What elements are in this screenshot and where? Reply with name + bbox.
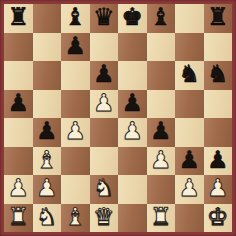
square-c5[interactable] <box>61 90 90 119</box>
square-h3[interactable]: ♟ <box>204 147 233 176</box>
square-d7[interactable] <box>90 33 119 62</box>
piece-white-pawn[interactable]: ♟ <box>64 119 86 143</box>
piece-black-knight[interactable]: ♞ <box>178 62 200 86</box>
square-b3[interactable]: ♝ <box>33 147 62 176</box>
square-d8[interactable]: ♛ <box>90 4 119 33</box>
piece-black-pawn[interactable]: ♟ <box>178 148 200 172</box>
square-c6[interactable] <box>61 61 90 90</box>
square-a2[interactable]: ♟ <box>4 175 33 204</box>
piece-black-pawn[interactable]: ♟ <box>207 148 229 172</box>
square-a1[interactable]: ♜ <box>4 204 33 233</box>
square-c2[interactable] <box>61 175 90 204</box>
square-h6[interactable]: ♞ <box>204 61 233 90</box>
square-b5[interactable] <box>33 90 62 119</box>
piece-white-pawn[interactable]: ♟ <box>121 119 143 143</box>
square-h2[interactable]: ♟ <box>204 175 233 204</box>
piece-white-knight[interactable]: ♞ <box>93 176 115 200</box>
piece-white-queen[interactable]: ♛ <box>93 205 115 229</box>
square-f5[interactable] <box>147 90 176 119</box>
square-a6[interactable] <box>4 61 33 90</box>
square-b7[interactable] <box>33 33 62 62</box>
chess-board: ♜♝♛♚♝♜♟♟♞♞♟♟♟♟♟♟♟♝♟♟♟♟♟♞♟♟♜♞♝♛♜♚ <box>4 4 232 232</box>
square-b6[interactable] <box>33 61 62 90</box>
piece-white-rook[interactable]: ♜ <box>7 205 29 229</box>
square-b2[interactable]: ♟ <box>33 175 62 204</box>
square-d5[interactable]: ♟ <box>90 90 119 119</box>
square-h5[interactable] <box>204 90 233 119</box>
piece-white-pawn[interactable]: ♟ <box>7 176 29 200</box>
piece-white-pawn[interactable]: ♟ <box>150 148 172 172</box>
square-f8[interactable]: ♝ <box>147 4 176 33</box>
piece-white-pawn[interactable]: ♟ <box>207 176 229 200</box>
square-e8[interactable]: ♚ <box>118 4 147 33</box>
square-c1[interactable]: ♝ <box>61 204 90 233</box>
square-g3[interactable]: ♟ <box>175 147 204 176</box>
square-g7[interactable] <box>175 33 204 62</box>
square-b8[interactable] <box>33 4 62 33</box>
square-f2[interactable] <box>147 175 176 204</box>
piece-black-pawn[interactable]: ♟ <box>150 119 172 143</box>
piece-white-bishop[interactable]: ♝ <box>64 205 86 229</box>
square-d1[interactable]: ♛ <box>90 204 119 233</box>
square-b1[interactable]: ♞ <box>33 204 62 233</box>
square-e5[interactable]: ♟ <box>118 90 147 119</box>
piece-white-pawn[interactable]: ♟ <box>93 91 115 115</box>
square-g1[interactable] <box>175 204 204 233</box>
square-e1[interactable] <box>118 204 147 233</box>
piece-black-pawn[interactable]: ♟ <box>7 91 29 115</box>
square-d4[interactable] <box>90 118 119 147</box>
piece-white-king[interactable]: ♚ <box>207 205 229 229</box>
square-f3[interactable]: ♟ <box>147 147 176 176</box>
square-d6[interactable]: ♟ <box>90 61 119 90</box>
piece-black-king[interactable]: ♚ <box>121 5 143 29</box>
square-g5[interactable] <box>175 90 204 119</box>
piece-black-bishop[interactable]: ♝ <box>150 5 172 29</box>
square-e2[interactable] <box>118 175 147 204</box>
square-a5[interactable]: ♟ <box>4 90 33 119</box>
square-g2[interactable]: ♟ <box>175 175 204 204</box>
square-c7[interactable]: ♟ <box>61 33 90 62</box>
piece-black-bishop[interactable]: ♝ <box>64 5 86 29</box>
square-f6[interactable] <box>147 61 176 90</box>
piece-black-queen[interactable]: ♛ <box>93 5 115 29</box>
square-b4[interactable]: ♟ <box>33 118 62 147</box>
chess-board-frame: ♜♝♛♚♝♜♟♟♞♞♟♟♟♟♟♟♟♝♟♟♟♟♟♞♟♟♜♞♝♛♜♚ <box>0 0 236 236</box>
square-e6[interactable] <box>118 61 147 90</box>
piece-white-pawn[interactable]: ♟ <box>36 176 58 200</box>
square-a4[interactable] <box>4 118 33 147</box>
piece-black-pawn[interactable]: ♟ <box>121 91 143 115</box>
square-f1[interactable]: ♜ <box>147 204 176 233</box>
square-a3[interactable] <box>4 147 33 176</box>
square-c3[interactable] <box>61 147 90 176</box>
square-h4[interactable] <box>204 118 233 147</box>
square-a8[interactable]: ♜ <box>4 4 33 33</box>
piece-white-rook[interactable]: ♜ <box>150 205 172 229</box>
square-h7[interactable] <box>204 33 233 62</box>
piece-black-pawn[interactable]: ♟ <box>93 62 115 86</box>
square-e3[interactable] <box>118 147 147 176</box>
piece-white-bishop[interactable]: ♝ <box>36 148 58 172</box>
square-h8[interactable]: ♜ <box>204 4 233 33</box>
piece-black-pawn[interactable]: ♟ <box>64 34 86 58</box>
piece-black-pawn[interactable]: ♟ <box>36 119 58 143</box>
square-f4[interactable]: ♟ <box>147 118 176 147</box>
piece-white-knight[interactable]: ♞ <box>36 205 58 229</box>
square-c8[interactable]: ♝ <box>61 4 90 33</box>
square-g8[interactable] <box>175 4 204 33</box>
square-e7[interactable] <box>118 33 147 62</box>
square-e4[interactable]: ♟ <box>118 118 147 147</box>
square-d2[interactable]: ♞ <box>90 175 119 204</box>
piece-white-pawn[interactable]: ♟ <box>178 176 200 200</box>
square-g6[interactable]: ♞ <box>175 61 204 90</box>
piece-black-rook[interactable]: ♜ <box>7 5 29 29</box>
square-a7[interactable] <box>4 33 33 62</box>
piece-black-rook[interactable]: ♜ <box>207 5 229 29</box>
piece-black-knight[interactable]: ♞ <box>207 62 229 86</box>
square-c4[interactable]: ♟ <box>61 118 90 147</box>
square-g4[interactable] <box>175 118 204 147</box>
square-d3[interactable] <box>90 147 119 176</box>
square-h1[interactable]: ♚ <box>204 204 233 233</box>
square-f7[interactable] <box>147 33 176 62</box>
